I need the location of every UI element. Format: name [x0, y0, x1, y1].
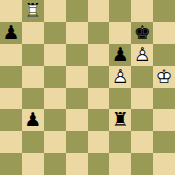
square-g3[interactable]: [131, 109, 153, 131]
square-b4[interactable]: [22, 88, 44, 110]
square-h8[interactable]: [153, 0, 175, 22]
white-pawn: ♟♙: [109, 66, 131, 88]
square-d4[interactable]: [66, 88, 88, 110]
white-king: ♚♔: [153, 66, 175, 88]
chess-board: ♜♖♟♚♟♟♙♟♙♚♔♟♜: [0, 0, 175, 175]
square-a7[interactable]: ♟: [0, 22, 22, 44]
square-a1[interactable]: [0, 153, 22, 175]
square-b8[interactable]: ♜♖: [22, 0, 44, 22]
square-d7[interactable]: [66, 22, 88, 44]
square-a2[interactable]: [0, 131, 22, 153]
square-f4[interactable]: [109, 88, 131, 110]
black-pawn-glyph: ♟: [0, 22, 22, 44]
square-d2[interactable]: [66, 131, 88, 153]
square-c3[interactable]: [44, 109, 66, 131]
black-pawn: ♟: [22, 109, 44, 131]
black-rook: ♜: [109, 109, 131, 131]
square-h2[interactable]: [153, 131, 175, 153]
square-f7[interactable]: [109, 22, 131, 44]
white-rook-glyph: ♖: [22, 0, 44, 22]
black-pawn: ♟: [109, 44, 131, 66]
square-d8[interactable]: [66, 0, 88, 22]
square-c7[interactable]: [44, 22, 66, 44]
square-b2[interactable]: [22, 131, 44, 153]
black-pawn-glyph: ♟: [109, 44, 131, 66]
square-e6[interactable]: [88, 44, 110, 66]
square-b3[interactable]: ♟: [22, 109, 44, 131]
square-h3[interactable]: [153, 109, 175, 131]
black-pawn-glyph: ♟: [22, 109, 44, 131]
square-e1[interactable]: [88, 153, 110, 175]
square-h1[interactable]: [153, 153, 175, 175]
square-g6[interactable]: ♟♙: [131, 44, 153, 66]
square-f3[interactable]: ♜: [109, 109, 131, 131]
square-c6[interactable]: [44, 44, 66, 66]
square-d6[interactable]: [66, 44, 88, 66]
square-c5[interactable]: [44, 66, 66, 88]
square-h7[interactable]: [153, 22, 175, 44]
square-c1[interactable]: [44, 153, 66, 175]
square-h4[interactable]: [153, 88, 175, 110]
square-g2[interactable]: [131, 131, 153, 153]
square-a3[interactable]: [0, 109, 22, 131]
square-b6[interactable]: [22, 44, 44, 66]
square-e4[interactable]: [88, 88, 110, 110]
black-pawn: ♟: [0, 22, 22, 44]
square-a4[interactable]: [0, 88, 22, 110]
square-d3[interactable]: [66, 109, 88, 131]
black-rook-glyph: ♜: [109, 109, 131, 131]
square-g5[interactable]: [131, 66, 153, 88]
square-e3[interactable]: [88, 109, 110, 131]
white-pawn-glyph: ♙: [109, 66, 131, 88]
square-g7[interactable]: ♚: [131, 22, 153, 44]
black-king: ♚: [131, 22, 153, 44]
square-f5[interactable]: ♟♙: [109, 66, 131, 88]
square-f8[interactable]: [109, 0, 131, 22]
white-rook: ♜♖: [22, 0, 44, 22]
white-pawn: ♟♙: [131, 44, 153, 66]
square-f6[interactable]: ♟: [109, 44, 131, 66]
square-h5[interactable]: ♚♔: [153, 66, 175, 88]
square-d1[interactable]: [66, 153, 88, 175]
square-b1[interactable]: [22, 153, 44, 175]
white-king-glyph: ♔: [153, 66, 175, 88]
square-e5[interactable]: [88, 66, 110, 88]
square-c8[interactable]: [44, 0, 66, 22]
square-e2[interactable]: [88, 131, 110, 153]
square-a5[interactable]: [0, 66, 22, 88]
square-e7[interactable]: [88, 22, 110, 44]
square-e8[interactable]: [88, 0, 110, 22]
square-a6[interactable]: [0, 44, 22, 66]
square-c2[interactable]: [44, 131, 66, 153]
square-a8[interactable]: [0, 0, 22, 22]
square-b5[interactable]: [22, 66, 44, 88]
white-pawn-glyph: ♙: [131, 44, 153, 66]
square-g8[interactable]: [131, 0, 153, 22]
square-g4[interactable]: [131, 88, 153, 110]
square-g1[interactable]: [131, 153, 153, 175]
square-f2[interactable]: [109, 131, 131, 153]
square-h6[interactable]: [153, 44, 175, 66]
square-b7[interactable]: [22, 22, 44, 44]
black-king-glyph: ♚: [131, 22, 153, 44]
square-d5[interactable]: [66, 66, 88, 88]
square-f1[interactable]: [109, 153, 131, 175]
square-c4[interactable]: [44, 88, 66, 110]
